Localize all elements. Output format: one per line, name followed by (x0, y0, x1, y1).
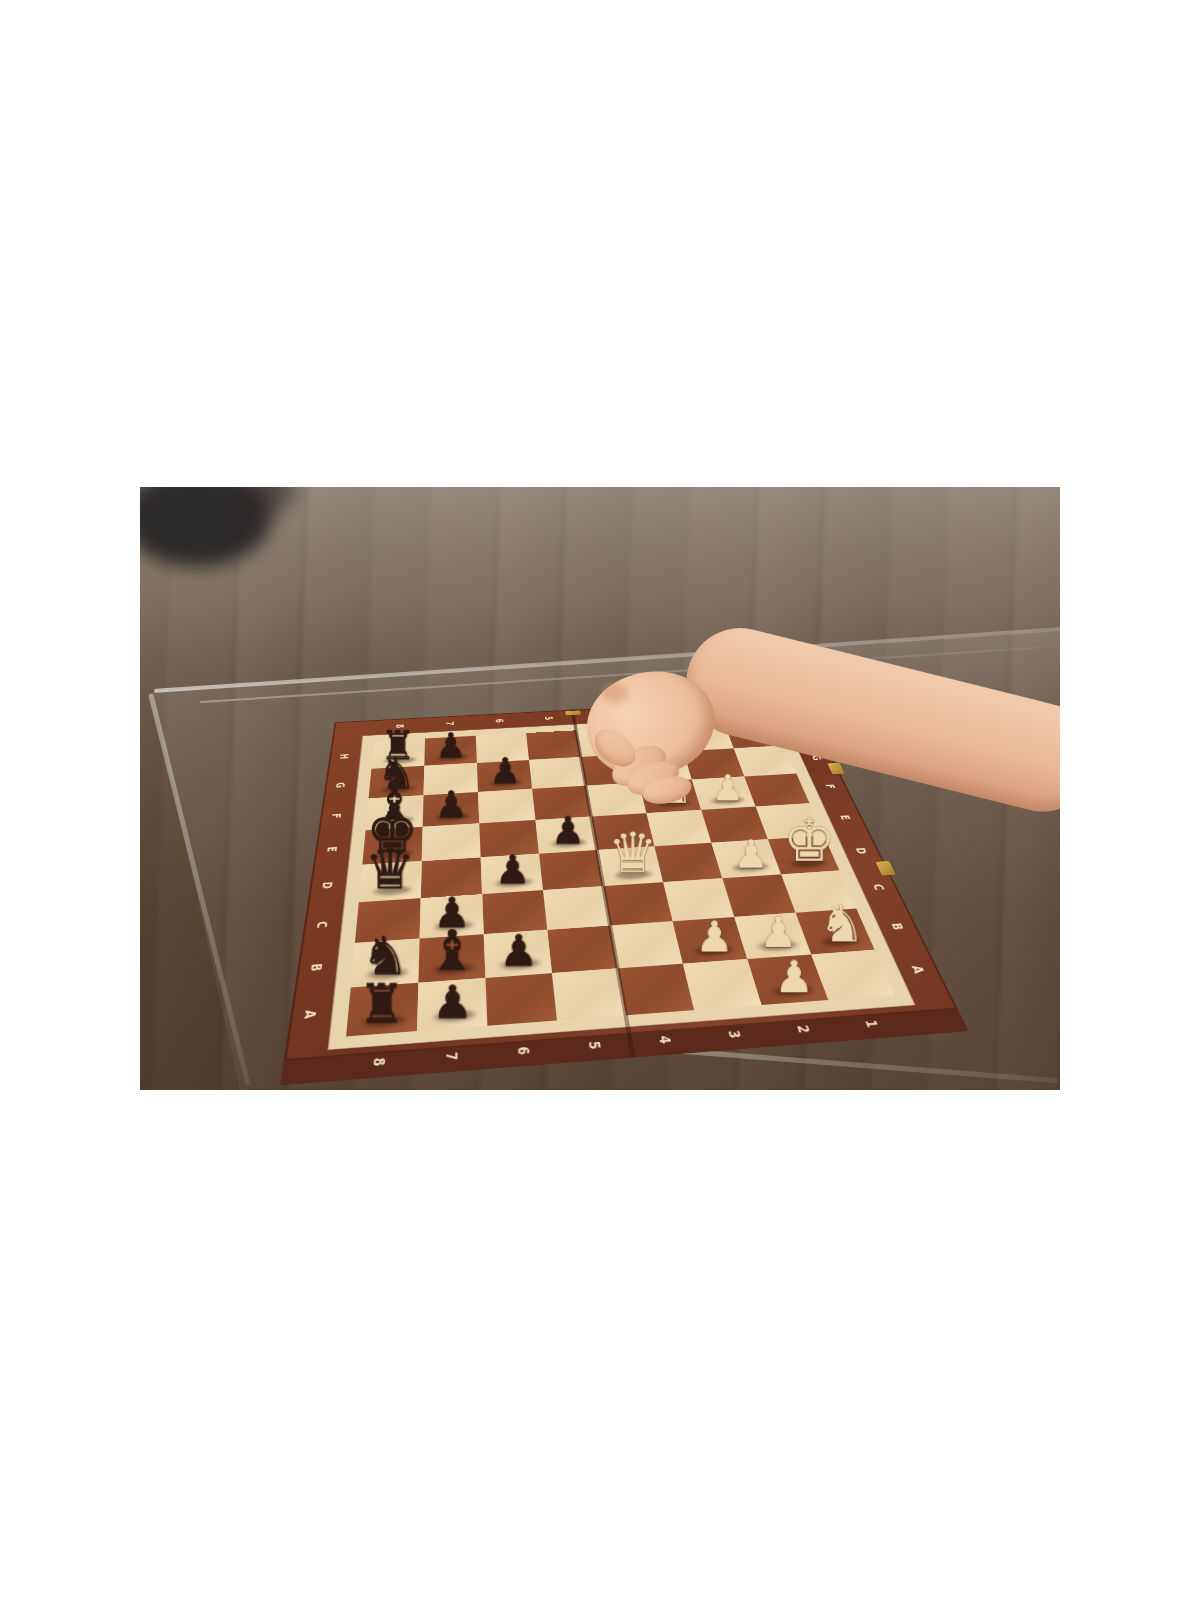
piece-white-queen-d4[interactable]: ♛ (608, 826, 658, 882)
piece-black-bishop-b7[interactable]: ♝ (427, 922, 476, 977)
piece-white-king-d1[interactable]: ♚ (783, 811, 836, 870)
piece-white-pawn-a2[interactable]: ♟ (774, 955, 814, 1000)
piece-black-pawn-h7[interactable]: ♟ (435, 728, 466, 762)
piece-white-pawn-d2[interactable]: ♟ (733, 835, 768, 874)
piece-black-rook-a8[interactable]: ♜ (358, 977, 406, 1030)
piece-white-pawn-b3[interactable]: ♟ (695, 916, 733, 959)
brass-clasp-icon (565, 710, 581, 715)
square-b6[interactable]: ♟ (484, 930, 552, 978)
file-label-left-G: G (332, 780, 350, 790)
piece-black-pawn-b6[interactable]: ♟ (499, 929, 538, 972)
rank-label-top-6: 6 (492, 716, 508, 725)
square-d6[interactable]: ♟ (481, 854, 543, 894)
piece-black-pawn-g6[interactable]: ♟ (489, 753, 521, 788)
square-f6[interactable] (478, 789, 535, 824)
piece-black-pawn-d6[interactable]: ♟ (495, 850, 531, 890)
file-label-left-F: F (328, 810, 347, 821)
piece-white-knight-f3-held[interactable]: ♞ (654, 766, 693, 810)
square-a7[interactable]: ♟ (417, 978, 487, 1031)
square-b5[interactable] (547, 925, 617, 973)
square-h3[interactable] (626, 725, 683, 754)
piece-white-pawn-f2[interactable]: ♟ (712, 770, 744, 806)
photo: ♜♟♞♟♝♟♞♟♚♟♛♟♛♟♚♟♞♝♟♟♟♞♜♟♟ 88776655443322… (140, 487, 1060, 1090)
page: { "game": "chess", "scene": { "descripti… (0, 0, 1200, 1600)
square-c5[interactable] (543, 886, 610, 930)
file-label-right-H: H (795, 727, 814, 736)
piece-white-knight-b1[interactable]: ♞ (819, 898, 865, 949)
square-d4[interactable]: ♛ (597, 846, 663, 886)
rank-label-top-7: 7 (443, 719, 459, 728)
square-f7[interactable]: ♟ (423, 792, 480, 827)
square-h7[interactable]: ♟ (424, 736, 477, 766)
piece-black-pawn-a7[interactable]: ♟ (432, 979, 473, 1025)
piece-white-pawn-b2[interactable]: ♟ (759, 911, 797, 954)
square-a8[interactable]: ♜ (346, 983, 418, 1037)
rank-label-top-8: 8 (392, 722, 408, 731)
piece-black-queen-d8[interactable]: ♛ (364, 841, 415, 898)
rank-label-top-5: 5 (541, 714, 557, 723)
square-b4[interactable] (610, 921, 683, 968)
file-label-left-H: H (336, 752, 353, 761)
square-a5[interactable] (552, 968, 626, 1020)
piece-black-pawn-e5[interactable]: ♟ (551, 811, 585, 849)
rank-label-top-3: 3 (638, 709, 655, 717)
square-d1[interactable]: ♚ (768, 836, 840, 875)
square-a6[interactable] (485, 973, 557, 1026)
square-f2[interactable]: ♟ (692, 776, 756, 809)
square-d8[interactable]: ♛ (359, 861, 422, 902)
square-a4[interactable] (618, 964, 694, 1016)
square-f3[interactable]: ♞ (639, 780, 701, 814)
square-b3[interactable]: ♟ (673, 917, 748, 964)
piece-black-pawn-f7[interactable]: ♟ (435, 786, 468, 823)
rank-label-top-1: 1 (734, 704, 752, 712)
square-g5[interactable] (529, 757, 586, 789)
rank-label-top-4: 4 (590, 711, 607, 719)
square-h4[interactable] (576, 728, 632, 757)
rank-label-top-2: 2 (686, 706, 704, 714)
